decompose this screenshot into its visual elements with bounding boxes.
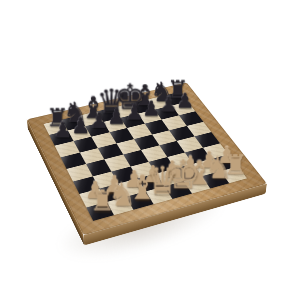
square-a3 — [73, 176, 99, 194]
square-a1 — [86, 202, 113, 221]
square-d3 — [130, 162, 156, 179]
square-b2 — [99, 184, 126, 202]
square-a4 — [67, 164, 93, 181]
square-b3 — [92, 171, 118, 188]
square-e3 — [148, 157, 174, 174]
square-c3 — [111, 166, 137, 183]
square-b4 — [86, 159, 112, 176]
product-photo: ♜♞♝♛♚♝♞♜♟♟♟♟♟♟♟♟♟♟♟♟♟♟♟♟♜♞♝♛♚♝♞♜ — [0, 0, 285, 285]
square-a2 — [79, 189, 106, 207]
square-h2 — [211, 154, 238, 171]
square-g1 — [201, 171, 228, 188]
square-e1 — [164, 181, 191, 199]
square-b1 — [106, 196, 133, 215]
square-h1 — [220, 166, 247, 183]
square-c2 — [118, 179, 145, 197]
square-d4 — [123, 150, 149, 166]
square-g2 — [193, 159, 220, 176]
square-f3 — [167, 152, 193, 168]
square-e2 — [156, 169, 183, 186]
square-c1 — [126, 191, 153, 210]
square-g3 — [185, 148, 211, 164]
square-d2 — [137, 174, 164, 192]
square-c4 — [104, 155, 130, 172]
square-a5 — [61, 152, 86, 169]
square-h3 — [202, 143, 228, 159]
square-d1 — [145, 186, 172, 204]
square-f1 — [183, 176, 210, 194]
square-b5 — [79, 148, 104, 164]
square-f2 — [175, 164, 202, 181]
